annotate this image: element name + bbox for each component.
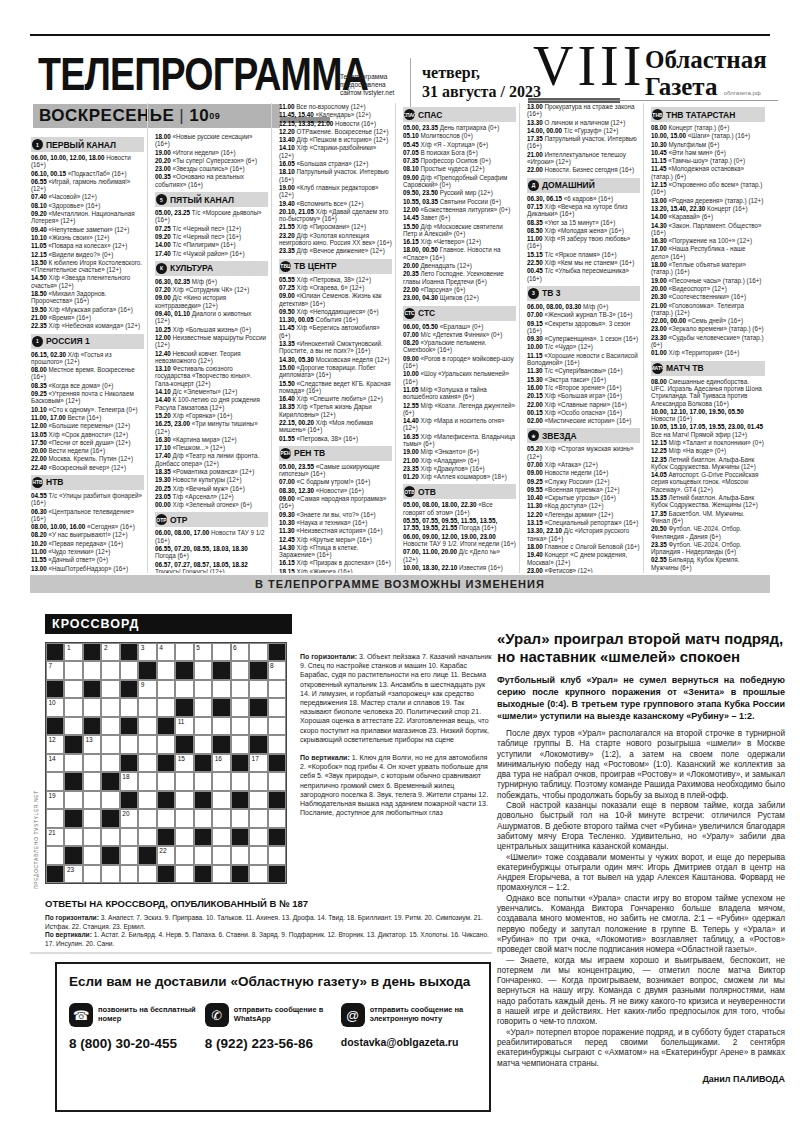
crossword-cell — [157, 809, 175, 827]
program-entry: 01.55 «Петровка, 38» (16+) — [279, 435, 392, 442]
schedule-notice: В ТЕЛЕПРОГРАММЕ ВОЗМОЖНЫ ИЗМЕНЕНИЯ — [30, 575, 770, 593]
channel-name: НТВ — [46, 477, 63, 487]
program-entry: 19.40 «Вспомнить все» (12+) — [279, 200, 392, 207]
program-entry: 22.00, 00.00 «Семь дней» (16+) — [651, 317, 765, 324]
channel-logo-icon: СТС — [404, 308, 415, 319]
program-entry: 17.35 Патрульный участок. Интервью (16+) — [527, 135, 640, 150]
program-entry: 13.30, 22.10 Д/с «История русского танка… — [527, 527, 640, 542]
crossword-cell: 19 — [46, 791, 64, 809]
crossword-cell-black — [120, 791, 138, 809]
crossword-cell — [175, 772, 193, 790]
program-entry: 07.00 «С бодрым утром!» (16+) — [279, 478, 392, 485]
program-entry: 19.00 «Итоги недели» (16+) — [155, 149, 268, 156]
crossword-cell — [120, 698, 138, 716]
program-entry: 15.00 «Дорогие товарищи. Побег дипломата… — [279, 364, 392, 379]
channel-logo-icon: ТВЦ — [280, 261, 291, 272]
program-entry: 09.00 Д/ф «Преподобный Серафим Саровский… — [403, 174, 516, 189]
program-entry: 09.00 «Юлиан Семенов. Жизнь как детектив… — [279, 292, 392, 307]
crossword-cell-black — [268, 865, 286, 883]
page-title: ТЕЛЕПРОГРАММА — [38, 46, 368, 101]
program-entry: 21.00 Интеллектуальное телешоу «Игроки» … — [527, 151, 640, 166]
crossword-cell — [83, 661, 101, 679]
clue-number: 1 — [67, 644, 71, 652]
article-body: После двух туров «Урал» располагался на … — [497, 729, 785, 1069]
clue-number: 9 — [141, 681, 145, 689]
delivery-title: Если вам не доставили «Областную газету»… — [69, 974, 477, 989]
program-entry: 10.25 Х/ф «Большая жизнь» (0+) — [155, 326, 268, 333]
article-paragraph: «Урал» потерпел второе поражение подряд,… — [497, 1028, 785, 1069]
program-entry: 18.00, 00.50 Главное. Новости на «Спасе»… — [403, 246, 516, 261]
program-entry: 10.00 «Шоу «Уральских пельменей» (16+) — [403, 370, 516, 385]
program-entry: 10.20 «Первая передача» (16+) — [31, 540, 144, 547]
crossword-cell — [83, 754, 101, 772]
program-entry: 14.50 Х/ф «Звезда пленительного счастья»… — [31, 274, 144, 289]
newspaper-logo: Областная Газета облгазета.рф — [645, 46, 767, 107]
program-entry: 10.00 Т/с «Чудо» (12+) — [527, 343, 640, 350]
program-entry: 15.50 «Следствие ведет КГБ. Красная пома… — [279, 380, 392, 395]
crossword-cell — [138, 828, 156, 846]
article-lead: Футбольный клуб «Урал» не сумел вернутьс… — [497, 674, 785, 722]
crossword-cell — [175, 828, 193, 846]
crossword-cell — [120, 865, 138, 883]
crossword-cell — [157, 735, 175, 753]
program-entry: 10.30 Мультфильм (6+) — [651, 141, 765, 148]
crossword-cell-black — [64, 735, 82, 753]
clues-down-label: По вертикали: — [300, 754, 350, 761]
crossword-cell — [249, 772, 267, 790]
crossword-cell — [138, 735, 156, 753]
program-entry: 12.00 Неизвестные маршруты России (12+) — [155, 334, 268, 349]
program-entry: 09.20 Т/с «Черный пес» (16+) — [155, 233, 268, 240]
program-entry: 16.05 «Большая страна» (12+) — [279, 160, 392, 167]
crossword-cell — [101, 717, 119, 735]
delivery-item-value: 8 (922) 223-56-86 — [205, 1036, 333, 1051]
channel-header: ОТРОТР — [155, 512, 268, 527]
channel-header: СТССТС — [403, 306, 516, 321]
program-entry: 07.25 Т/с «Черный пес» (12+) — [155, 225, 268, 232]
program-entry: 14.40 К 100-летию со дня рождения Расула… — [155, 396, 268, 411]
crossword-cell — [46, 772, 64, 790]
crossword-cell — [101, 698, 119, 716]
program-entry: 11.00 Все по-взрослому (12+) — [279, 103, 392, 110]
clue-number: 15 — [178, 755, 185, 763]
crossword-cell — [101, 680, 119, 698]
delivery-item-value: dostavka@oblgazeta.ru — [341, 1036, 469, 1048]
program-entry: 08.10 Простые чудеса (12+) — [403, 165, 516, 172]
clue-number: 14 — [49, 755, 56, 763]
crossword-cell — [101, 865, 119, 883]
program-entry: 02.00 «Мистические истории» (16+) — [527, 417, 640, 424]
program-entry: 08.35 «Когда все дома» (0+) — [31, 382, 144, 389]
crossword-cell: 14 — [46, 754, 64, 772]
program-entry: 10.10 «Сто к одному». Телеигра (0+) — [31, 406, 144, 413]
crossword-cell — [268, 698, 286, 716]
program-entry: 17.00 «Наша Республика - наше дело» (16+… — [651, 245, 765, 260]
program-entry: 18.35 Х/ф «Третья жизнь Дарьи Кирилловны… — [279, 403, 392, 418]
crossword-cell-black — [194, 828, 212, 846]
crossword-cell-black — [157, 754, 175, 772]
crossword-cell — [64, 698, 82, 716]
crossword-cell — [64, 680, 82, 698]
program-entry: 22.35 Х/ф «Небесная команда» (12+) — [31, 322, 144, 329]
program-entry: 07.00 «Женский журнал ТВ-3» (16+) — [527, 311, 640, 318]
crossword-cell — [101, 754, 119, 772]
crossword-cell: 3 — [138, 643, 156, 661]
program-entry: 07.35 Профессор Осипов (0+) — [403, 157, 516, 164]
crossword-cell — [231, 661, 249, 679]
program-entry: 11.00 «Чудо техники» (12+) — [31, 548, 144, 555]
program-entry: 23.00 «Фетисов» (12+) — [527, 567, 640, 573]
channel-name: ПЕРВЫЙ КАНАЛ — [46, 140, 116, 150]
program-entry: 17.40 Т/с «Чужой район» (16+) — [155, 250, 268, 257]
channel-header: ТВЦТВ ЦЕНТР — [279, 259, 392, 274]
program-entry: 18.15 Х/ф «Живое» (16+) — [279, 568, 392, 573]
clues-across: По горизонтали: 3. Объект пейзажа 7. Каз… — [300, 652, 492, 744]
program-entry: 12.55 М/ф «Коати. Легенда джунглей» (6+) — [403, 402, 516, 417]
crossword-cell — [83, 698, 101, 716]
program-entry: 05.10 Молитвослов (0+) — [403, 132, 516, 139]
crossword-cell — [64, 791, 82, 809]
clue-number: 7 — [49, 662, 53, 670]
crossword-cell-black — [157, 717, 175, 735]
crossword-cell-black — [175, 661, 193, 679]
program-entry: 17.35 Баскетбол. ЧМ. Мужчины. Финал (6+) — [651, 510, 765, 525]
crossword-cell — [249, 828, 267, 846]
program-entry: 20.10, 21.05 Х/ф «Давай сделаем это по-б… — [279, 208, 392, 223]
program-entry: 11.30 «Неизвестная история» (16+) — [279, 527, 392, 534]
program-entry: 23.35 Д/ф «Вечное движение» (12+) — [279, 247, 392, 254]
program-entry: 21.00 Х/ф «Аладдин» (6+) — [403, 457, 516, 464]
program-entry: 17.10 «Пешком...» (12+) — [155, 444, 268, 451]
program-entry: 06.00, 09.00, 12.00, 19.00, 23.00 Новост… — [403, 533, 516, 548]
crossword-cell — [212, 809, 230, 827]
crossword-cell-black — [157, 791, 175, 809]
crossword-cell — [175, 643, 193, 661]
program-entry: 09.40, 01.10 Диалоги о животных (12+) — [155, 310, 268, 325]
program-entry: 18.10 Патрульный участок. Интервью (16+) — [279, 168, 392, 183]
crossword-cell — [157, 661, 175, 679]
crossword-cell — [175, 846, 193, 864]
program-entry: 09.25 «Служу России» (12+) — [527, 478, 640, 485]
program-entry: 05.00, 23.35 День патриарха (0+) — [403, 124, 516, 131]
program-entry: 14.10 Д/с «Элементы» (12+) — [155, 388, 268, 395]
crossword-cell — [268, 772, 286, 790]
crossword-cell-black — [83, 717, 101, 735]
program-entry: 11.30, 00.05 События (16+) — [279, 316, 392, 323]
top-rule — [30, 34, 770, 36]
page-number: VIII — [533, 36, 645, 96]
crossword-cell — [268, 846, 286, 864]
crossword-cell — [138, 698, 156, 716]
crossword-cell: 15 — [175, 754, 193, 772]
program-entry: 01.20 Х/ф «Аллея кошмаров» (18+) — [403, 473, 516, 480]
program-entry: 09.55 «Военная приемка» (12+) — [527, 486, 640, 493]
crossword-cell — [64, 828, 82, 846]
program-entry: 08.00 Местное время. Воскресенье (16+) — [31, 366, 144, 381]
program-entry: 08.20 «Уральские пельмени. Смехbook» (16… — [403, 339, 516, 354]
channel-name: КУЛЬТУРА — [170, 263, 213, 273]
program-entry: 05.55 Х/ф «Петровка, 38» (12+) — [279, 276, 392, 283]
crossword-cell — [120, 661, 138, 679]
issue-date-line2: 31 августа / 2023 — [422, 82, 541, 101]
channel-header: МАТЧМАТЧ ТВ — [651, 361, 765, 376]
program-entry: 05.00, 08.00, 18.00, 22.30 «Все говорят … — [403, 501, 516, 516]
channel-name: СПАС — [418, 110, 442, 120]
listing-column: 13.00 Прокуратура на страже закона (16+)… — [527, 103, 644, 573]
clues-down: По вертикали: 1. Ключ для Волги, но не д… — [300, 753, 492, 817]
answers-across: По горизонтали: 3. Анапест. 7. Эскиз. 9.… — [45, 914, 492, 931]
program-entry: 11.00, 17.00 Вести (16+) — [31, 414, 144, 421]
crossword-cell-black — [175, 735, 193, 753]
program-entry: 23.00 «Звезды сошлись» (16+) — [155, 165, 268, 172]
crossword-cell-black — [212, 661, 230, 679]
program-entry: 22.00 «Парсуна» (6+) — [403, 286, 516, 293]
crossword-cell-black — [138, 846, 156, 864]
program-entry: 12.35 Летний биатлон. Альфа-Банк Кубок С… — [651, 456, 765, 471]
channel-logo-icon: 1 — [32, 139, 43, 150]
program-entry: 06.00, 05.50 «Ералаш» (0+) — [403, 323, 516, 330]
crossword-cell: 20 — [120, 809, 138, 827]
program-entry: 16.15 Х/ф «Призрак в доспехах» (16+) — [279, 559, 392, 566]
crossword-cell — [138, 772, 156, 790]
crossword-cell-black — [268, 643, 286, 661]
program-entry: 06.00, 10.00, 12.00, 18.00 Новости (16+) — [31, 154, 144, 169]
program-entry: 13.10 Фестиваль союзного государства «Тв… — [155, 365, 268, 387]
program-entry: 22.40 «Воскресный вечер» (12+) — [31, 464, 144, 471]
clue-number: 2 — [104, 644, 108, 652]
program-entry: 11.00 Х/ф «Я заберу твою любовь» (16+) — [527, 235, 640, 250]
crossword-cell — [194, 846, 212, 864]
crossword-cell — [157, 698, 175, 716]
clue-number: 19 — [49, 792, 56, 800]
program-entry: 12.40 Невский ковчег. Теория невозможног… — [155, 350, 268, 365]
crossword-cell — [138, 809, 156, 827]
whatsapp-icon: ✆ — [205, 1003, 229, 1027]
crossword-cell: 17 — [249, 754, 267, 772]
program-entry: 14.45 Завет (6+) — [403, 214, 516, 221]
crossword-cell-black — [101, 809, 119, 827]
clue-number: 17 — [252, 755, 259, 763]
phone-icon: ☎ — [69, 1003, 93, 1027]
newspaper-logo-line2: Газета облгазета.рф — [645, 73, 767, 107]
program-entry: 06.57, 07.27, 08.57, 18.05, 18.32 Тружус… — [155, 561, 268, 573]
program-entry: 12.20 ОТРажение. Воскресенье (12+) — [279, 128, 392, 135]
crossword-cell: 21 — [46, 828, 64, 846]
crossword-cell-black — [212, 698, 230, 716]
delivery-item-label: отправить сообщение в WhatsApp — [234, 1003, 333, 1023]
program-entry: 08.00, 10.00, 16.00 «Сегодня» (16+) — [31, 523, 144, 530]
program-entry: 00.15 Х/ф «Особо опасна» (16+) — [527, 409, 640, 416]
program-entry: 12.20 «Легенды армии» (12+) — [527, 511, 640, 518]
program-entry: 14.00 Т/с «Пилигрим» (16+) — [155, 241, 268, 248]
program-entry: 20.00 «Видеоспорт» (12+) — [651, 285, 765, 292]
program-entry: 05.55, 07.55, 09.55, 11.55, 13.55, 17.55… — [403, 517, 516, 532]
channel-name: СТС — [418, 308, 435, 318]
program-entry: 05.00, 23.55 «Самые шокирующие гипотезы»… — [279, 463, 392, 478]
program-entry: 11.45 Х/ф «Берегись автомобиля» (6+) — [279, 324, 392, 339]
program-entry: 12.45 Х/ф «Крутые меры» (16+) — [279, 536, 392, 543]
channel-header: НТВНТВ — [31, 475, 144, 490]
crossword-cell-black — [83, 643, 101, 661]
channel-logo-icon: ТНВ — [652, 109, 663, 120]
channel-name: ТНВ ТАТАРСТАН — [666, 110, 735, 120]
crossword-cell — [212, 717, 230, 735]
crossword-section-title: КРОССВОРД — [45, 614, 292, 634]
program-entry: 08.20 «У нас выигрывают!» (12+) — [31, 531, 144, 538]
program-entry: 06.00, 08.00, 03.30 М/ф (0+) — [527, 303, 640, 310]
crossword-cell — [157, 772, 175, 790]
article-paragraph: После двух туров «Урал» располагался на … — [497, 729, 785, 801]
program-entry: 10.00, 12.10, 17.00, 19.50, 05.50 Новост… — [651, 408, 765, 423]
program-entry: 05.20 Х/ф «Строгая мужская жизнь» (12+) — [527, 445, 640, 460]
crossword-cell: 11 — [175, 717, 193, 735]
program-entry: 21.00 «Головоломка». Телеигра (татар.) (… — [651, 302, 765, 317]
program-entry: 17.40 Д/ф «Театр на линии фронта. Донбас… — [155, 452, 268, 467]
crossword-cell — [64, 754, 82, 772]
crossword-cell — [194, 661, 212, 679]
program-entry: 09.20 «Мечталлион. Национальная Лотерея»… — [31, 210, 144, 225]
program-entry: 22.00 Москва. Кремль. Путин (12+) — [31, 455, 144, 462]
channel-name: ТВ 3 — [542, 288, 560, 298]
program-entry: 20.30 «Соотечественники» (16+) — [651, 293, 765, 300]
program-entry: 09.00 Д/с «Кино история контрразведки» (… — [155, 294, 268, 309]
crossword-cell — [138, 791, 156, 809]
program-entry: 16.35 Х/ф «Малефисента. Владычица тьмы» … — [403, 433, 516, 448]
crossword-cell — [175, 865, 193, 883]
crossword-cell — [212, 846, 230, 864]
crossword-grid: 1234567891011121314151617181920212223 — [45, 642, 287, 884]
section-rule — [30, 952, 492, 954]
program-entry: 02.55 Бильярд. Кубок Кремля. Мужчины (6+… — [651, 556, 765, 571]
program-entry: 20.50 Футбол. ЧЕ-2024. Отбор. Финляндия … — [651, 525, 765, 540]
clue-number: 23 — [67, 866, 74, 874]
crossword-cell-black — [194, 865, 212, 883]
crossword-cell — [231, 735, 249, 753]
crossword-cell — [101, 791, 119, 809]
program-entry: 09.30 «Знаете ли вы, что?» (16+) — [279, 511, 392, 518]
program-entry: 20.35 Лето Господне. Усекновение главы И… — [403, 270, 516, 285]
program-entry: 05.00, 23.25 Т/с «Морские дьяволы» (16+) — [155, 209, 268, 224]
issue-date: четверг, 31 августа / 2023 — [422, 63, 541, 101]
tv-credit-note: Телепрограмма предоставлена сайтом tvsty… — [340, 73, 404, 97]
crossword-cell-black — [46, 865, 64, 883]
crossword-cell — [101, 661, 119, 679]
crossword-cell — [175, 680, 193, 698]
crossword-cell: 10 — [46, 698, 64, 716]
clue-number: 12 — [49, 736, 56, 744]
article-paragraph: Однако все попытки «Урала» спасти игру в… — [497, 894, 785, 956]
issue-date-line1: четверг, — [422, 63, 541, 82]
program-entry: 20.15 Х/ф «Большая игра» (16+) — [527, 392, 640, 399]
crossword-cell — [194, 772, 212, 790]
program-entry: 00.35 «Основано на реальных событиях» (1… — [155, 173, 268, 188]
article-byline: Данил ПАЛИВОДА — [497, 1074, 785, 1084]
program-entry: 12.00 «Большие перемены» (12+) — [31, 422, 144, 429]
program-entry: 19.40 Концерт «С днем рождения, Москва!»… — [527, 551, 640, 566]
clue-number: 16 — [215, 755, 222, 763]
crossword-cell-black — [231, 828, 249, 846]
channel-logo-icon: НТВ — [32, 477, 43, 488]
crossword-cell: 18 — [120, 772, 138, 790]
channel-header: 3ТВ 3 — [527, 286, 640, 301]
crossword-cell — [101, 735, 119, 753]
program-entry: 16.25, 23.00 «Три минуты тишины» (12+) — [155, 420, 268, 435]
crossword-cell — [249, 643, 267, 661]
crossword-cell: 6 — [231, 643, 249, 661]
crossword-cell-black — [46, 680, 64, 698]
program-entry: 10.20, 05.30 Парламентское время (16+) — [403, 572, 516, 573]
crossword-cell — [120, 828, 138, 846]
crossword-cell: 7 — [46, 661, 64, 679]
program-entry: 16.00 Т/с «Второе зрение» (16+) — [527, 384, 640, 391]
program-entry: 16.30 «Погружение на 100+» (12+) — [651, 237, 765, 244]
program-entry: 10.00, 15.00 «Шаги» (татар.) (16+) — [651, 132, 765, 139]
program-entry: 05.45 Х/ф «Я - Хортица» (6+) — [403, 141, 516, 148]
program-entry: 07.00 М/с «Детектив Финник» (0+) — [403, 331, 516, 338]
article-paragraph: Свой настрой казанцы показали еще в перв… — [497, 801, 785, 852]
channel-logo-icon: ★ — [528, 430, 539, 441]
crossword-cell — [83, 809, 101, 827]
clue-number: 21 — [49, 829, 56, 837]
program-entry: 13.15 «Специальный репортаж» (16+) — [527, 519, 640, 526]
program-entry: 06.30, 02.35 М/ф (6+) — [155, 278, 268, 285]
program-entry: 14.30 «Закон. Парламент. Общество» (16+) — [651, 222, 765, 237]
program-entry: 22.50 Х/ф «Кем мы не станем» (16+) — [527, 259, 640, 266]
program-entry: 09.50 Х/ф «Неподдающиеся» (6+) — [279, 308, 392, 315]
program-entry: 07.05 В поисках Бога (6+) — [403, 149, 516, 156]
program-entry: 00.00 Х/ф «Зеленый огонек» (6+) — [155, 501, 268, 508]
email-icon: @ — [341, 1003, 365, 1027]
crossword-cell-black — [175, 698, 193, 716]
clue-number: 22 — [159, 847, 166, 855]
crossword-cell — [249, 846, 267, 864]
crossword-cell — [212, 828, 230, 846]
channel-logo-icon: СПАС — [404, 109, 415, 120]
program-entry: 07.15 Х/ф «Вечера на хуторе близ Диканьк… — [527, 203, 640, 218]
delivery-items: ☎позвонить на бесплатный номер8 (800) 30… — [69, 1003, 477, 1051]
program-entry: 13.40 Д/ф «Пешком в историю» (12+) — [279, 136, 392, 143]
program-entry: 07.25 Х/ф «Огарева, 6» (12+) — [279, 284, 392, 291]
crossword-cell-black — [120, 754, 138, 772]
program-entry: 13.00 «Родная деревня» (татар.) (12+) — [651, 197, 765, 204]
program-entry: 13.00 «НашПотребНадзор» (16+) — [31, 565, 144, 572]
program-entry: 14.30 Х/ф «Птица в клетке. Заражение» (1… — [279, 544, 392, 559]
channel-header: 1РОССИЯ 1 — [31, 334, 144, 349]
crossword-cell-black — [120, 680, 138, 698]
listing-column: 1ПЕРВЫЙ КАНАЛ06.00, 10.00, 12.00, 18.00 … — [31, 103, 148, 573]
program-entry: 23.00, 04.30 Щипков (12+) — [403, 294, 516, 301]
clue-number: 4 — [159, 644, 163, 652]
program-entry: 19.30 Новости культуры (12+) — [155, 476, 268, 483]
program-entry: 12.15 М/ф «Талант и поклонники» (0+) — [651, 439, 765, 446]
program-entry: 10.40 «Скрытые угрозы» (16+) — [527, 494, 640, 501]
program-entry: 10.30 «Наука и техника» (16+) — [279, 519, 392, 526]
program-entry: 08.50 Х/ф «Молодая жена» (16+) — [527, 227, 640, 234]
crossword-cell: 9 — [138, 680, 156, 698]
program-entry: 06.10, 00.15 «ПодкастЛаб» (16+) — [31, 170, 144, 177]
program-entry: 08.00 Смешанные единоборства. UFC. Исраэ… — [651, 378, 765, 407]
crossword-cell — [138, 865, 156, 883]
program-entry: 10.05, 15.10, 17.05, 19.55, 23.00, 01.45… — [651, 423, 765, 438]
crossword-cell — [231, 717, 249, 735]
clue-number: 20 — [122, 810, 129, 818]
channel-logo-icon: МАТЧ — [652, 363, 663, 374]
crossword-cell — [138, 717, 156, 735]
article: «Урал» проиграл второй матч подряд, но н… — [497, 630, 785, 1084]
program-entry: 13.20, 15.40, 22.30 Концерт (16+) — [651, 205, 765, 212]
channel-logo-icon: ОТР — [156, 514, 167, 525]
program-entry: 11.05 М/ф «Золушка и тайна волшебного ка… — [403, 386, 516, 401]
